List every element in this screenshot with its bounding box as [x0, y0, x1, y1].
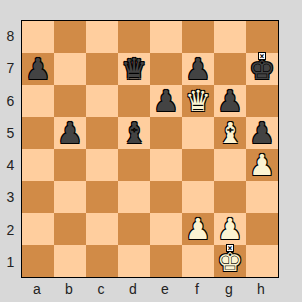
square-g8[interactable]: [214, 21, 246, 53]
black-pawn[interactable]: ♟: [57, 117, 83, 149]
rank-label-6: 6: [0, 85, 21, 117]
file-label-a: a: [21, 278, 53, 300]
chess-board: ♟♛♟♚×♟♛♟♟♝♝♟♟♟♟♚×: [21, 20, 279, 278]
white-queen[interactable]: ♛: [185, 85, 211, 117]
square-e1[interactable]: [150, 245, 182, 277]
square-c7[interactable]: [86, 53, 118, 85]
square-c6[interactable]: [86, 85, 118, 117]
square-f6[interactable]: ♛: [182, 85, 214, 117]
square-f5[interactable]: [182, 117, 214, 149]
black-king[interactable]: ♚×: [249, 53, 275, 85]
black-queen[interactable]: ♛: [121, 53, 147, 85]
square-c5[interactable]: [86, 117, 118, 149]
square-d5[interactable]: ♝: [118, 117, 150, 149]
black-pawn[interactable]: ♟: [153, 85, 179, 117]
square-a8[interactable]: [22, 21, 54, 53]
white-pawn[interactable]: ♟: [185, 213, 211, 245]
black-pawn[interactable]: ♟: [185, 53, 211, 85]
file-label-e: e: [149, 278, 181, 300]
black-pawn[interactable]: ♟: [249, 117, 275, 149]
square-b7[interactable]: [54, 53, 86, 85]
square-e6[interactable]: ♟: [150, 85, 182, 117]
square-d4[interactable]: [118, 149, 150, 181]
square-h5[interactable]: ♟: [246, 117, 278, 149]
file-label-g: g: [213, 278, 245, 300]
square-a4[interactable]: [22, 149, 54, 181]
square-b4[interactable]: [54, 149, 86, 181]
square-h2[interactable]: [246, 213, 278, 245]
file-label-c: c: [85, 278, 117, 300]
square-e8[interactable]: [150, 21, 182, 53]
white-bishop[interactable]: ♝: [217, 117, 243, 149]
rank-labels: 87654321: [0, 20, 21, 278]
square-h1[interactable]: [246, 245, 278, 277]
king-x-mark: ×: [226, 244, 234, 252]
square-d3[interactable]: [118, 181, 150, 213]
square-d7[interactable]: ♛: [118, 53, 150, 85]
square-f2[interactable]: ♟: [182, 213, 214, 245]
square-g4[interactable]: [214, 149, 246, 181]
white-king[interactable]: ♚×: [217, 245, 243, 277]
square-h4[interactable]: ♟: [246, 149, 278, 181]
square-e4[interactable]: [150, 149, 182, 181]
square-h3[interactable]: [246, 181, 278, 213]
square-h8[interactable]: [246, 21, 278, 53]
file-labels: abcdefgh: [21, 278, 279, 300]
square-f3[interactable]: [182, 181, 214, 213]
square-g5[interactable]: ♝: [214, 117, 246, 149]
black-pawn[interactable]: ♟: [217, 85, 243, 117]
board-area: 87654321 ♟♛♟♚×♟♛♟♟♝♝♟♟♟♟♚× abcdefgh: [0, 20, 302, 300]
black-bishop[interactable]: ♝: [121, 117, 147, 149]
square-d8[interactable]: [118, 21, 150, 53]
square-f1[interactable]: [182, 245, 214, 277]
square-a2[interactable]: [22, 213, 54, 245]
square-c8[interactable]: [86, 21, 118, 53]
king-x-mark: ×: [258, 52, 266, 60]
square-b2[interactable]: [54, 213, 86, 245]
square-e3[interactable]: [150, 181, 182, 213]
rank-label-1: 1: [0, 246, 21, 278]
square-b8[interactable]: [54, 21, 86, 53]
square-d6[interactable]: [118, 85, 150, 117]
square-g1[interactable]: ♚×: [214, 245, 246, 277]
file-label-b: b: [53, 278, 85, 300]
square-d1[interactable]: [118, 245, 150, 277]
square-a7[interactable]: ♟: [22, 53, 54, 85]
square-e2[interactable]: [150, 213, 182, 245]
square-c4[interactable]: [86, 149, 118, 181]
square-f8[interactable]: [182, 21, 214, 53]
square-d2[interactable]: [118, 213, 150, 245]
black-pawn[interactable]: ♟: [25, 53, 51, 85]
chess-screenshot: 87654321 ♟♛♟♚×♟♛♟♟♝♝♟♟♟♟♚× abcdefgh: [0, 0, 302, 302]
square-g7[interactable]: [214, 53, 246, 85]
rank-label-8: 8: [0, 20, 21, 52]
file-label-h: h: [245, 278, 277, 300]
square-h6[interactable]: [246, 85, 278, 117]
square-b1[interactable]: [54, 245, 86, 277]
square-g3[interactable]: [214, 181, 246, 213]
rank-label-2: 2: [0, 214, 21, 246]
rank-label-7: 7: [0, 52, 21, 84]
square-a3[interactable]: [22, 181, 54, 213]
square-c1[interactable]: [86, 245, 118, 277]
square-e7[interactable]: [150, 53, 182, 85]
square-a1[interactable]: [22, 245, 54, 277]
square-b6[interactable]: [54, 85, 86, 117]
rank-label-4: 4: [0, 149, 21, 181]
square-c2[interactable]: [86, 213, 118, 245]
square-f4[interactable]: [182, 149, 214, 181]
square-f7[interactable]: ♟: [182, 53, 214, 85]
square-e5[interactable]: [150, 117, 182, 149]
square-a5[interactable]: [22, 117, 54, 149]
file-label-d: d: [117, 278, 149, 300]
file-label-f: f: [181, 278, 213, 300]
square-c3[interactable]: [86, 181, 118, 213]
square-b3[interactable]: [54, 181, 86, 213]
square-g6[interactable]: ♟: [214, 85, 246, 117]
white-pawn[interactable]: ♟: [217, 213, 243, 245]
rank-label-3: 3: [0, 181, 21, 213]
white-pawn[interactable]: ♟: [249, 149, 275, 181]
square-a6[interactable]: [22, 85, 54, 117]
square-b5[interactable]: ♟: [54, 117, 86, 149]
rank-label-5: 5: [0, 117, 21, 149]
square-g2[interactable]: ♟: [214, 213, 246, 245]
square-h7[interactable]: ♚×: [246, 53, 278, 85]
